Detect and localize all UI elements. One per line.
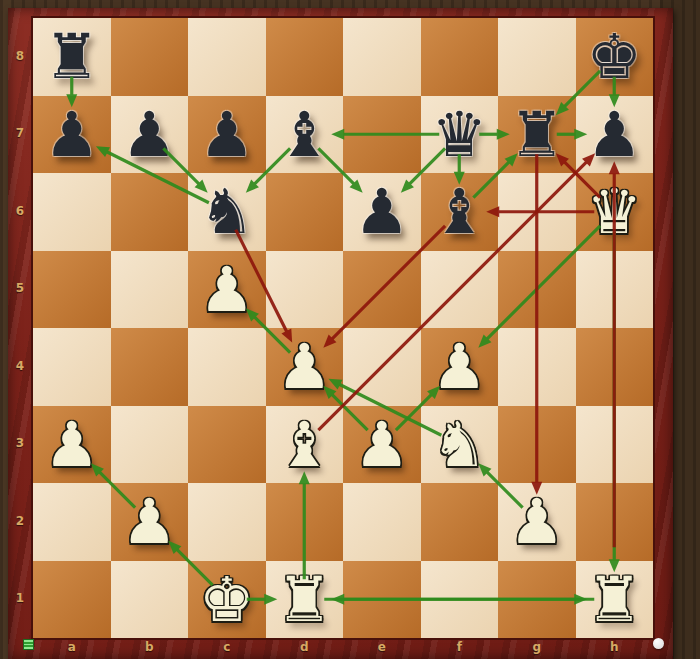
square-d7[interactable]: ♝ (266, 96, 344, 174)
board-menu-badge[interactable] (23, 639, 34, 650)
piece-black-pawn[interactable]: ♟ (343, 173, 421, 251)
piece-black-pawn[interactable]: ♟ (33, 96, 111, 174)
square-a5[interactable] (33, 251, 111, 329)
square-h4[interactable] (576, 328, 654, 406)
rank-label-2: 2 (10, 514, 30, 528)
square-f7[interactable]: ♛ (421, 96, 499, 174)
square-b7[interactable]: ♟ (111, 96, 189, 174)
piece-black-bishop[interactable]: ♝ (266, 96, 344, 174)
piece-white-pawn[interactable]: ♟ (188, 251, 266, 329)
square-h1[interactable]: ♜ (576, 561, 654, 639)
analysis-board-stage: ♜♚♟♟♟♝♛♜♟♞♟♝♛♟♟♟♟♝♟♞♟♟♚♜♜ 87654321abcdef… (0, 0, 700, 659)
square-f2[interactable] (421, 483, 499, 561)
square-e7[interactable] (343, 96, 421, 174)
square-a1[interactable] (33, 561, 111, 639)
square-h7[interactable]: ♟ (576, 96, 654, 174)
square-b3[interactable] (111, 406, 189, 484)
square-g3[interactable] (498, 406, 576, 484)
square-e2[interactable] (343, 483, 421, 561)
square-f5[interactable] (421, 251, 499, 329)
rank-label-1: 1 (10, 591, 30, 605)
piece-white-king[interactable]: ♚ (188, 561, 266, 639)
square-a2[interactable] (33, 483, 111, 561)
square-g8[interactable] (498, 18, 576, 96)
square-e4[interactable] (343, 328, 421, 406)
piece-black-pawn[interactable]: ♟ (188, 96, 266, 174)
file-label-g: g (527, 640, 547, 654)
square-g5[interactable] (498, 251, 576, 329)
file-label-b: b (139, 640, 159, 654)
rank-label-3: 3 (10, 436, 30, 450)
piece-black-rook[interactable]: ♜ (33, 18, 111, 96)
square-d4[interactable]: ♟ (266, 328, 344, 406)
square-c6[interactable]: ♞ (188, 173, 266, 251)
square-c8[interactable] (188, 18, 266, 96)
file-label-h: h (604, 640, 624, 654)
chess-board[interactable]: ♜♚♟♟♟♝♛♜♟♞♟♝♛♟♟♟♟♝♟♞♟♟♚♜♜ (33, 18, 653, 638)
square-e5[interactable] (343, 251, 421, 329)
piece-black-pawn[interactable]: ♟ (576, 96, 654, 174)
square-e1[interactable] (343, 561, 421, 639)
piece-white-pawn[interactable]: ♟ (266, 328, 344, 406)
square-a4[interactable] (33, 328, 111, 406)
square-b6[interactable] (111, 173, 189, 251)
file-label-f: f (449, 640, 469, 654)
piece-white-queen[interactable]: ♛ (576, 173, 654, 251)
square-d1[interactable]: ♜ (266, 561, 344, 639)
file-label-e: e (372, 640, 392, 654)
square-d5[interactable] (266, 251, 344, 329)
piece-white-pawn[interactable]: ♟ (33, 406, 111, 484)
square-c5[interactable]: ♟ (188, 251, 266, 329)
square-d8[interactable] (266, 18, 344, 96)
square-e6[interactable]: ♟ (343, 173, 421, 251)
square-h3[interactable] (576, 406, 654, 484)
square-f4[interactable]: ♟ (421, 328, 499, 406)
piece-white-rook[interactable]: ♜ (576, 561, 654, 639)
square-f8[interactable] (421, 18, 499, 96)
rank-label-7: 7 (10, 126, 30, 140)
square-a7[interactable]: ♟ (33, 96, 111, 174)
rank-label-6: 6 (10, 204, 30, 218)
piece-white-rook[interactable]: ♜ (266, 561, 344, 639)
square-c2[interactable] (188, 483, 266, 561)
square-g1[interactable] (498, 561, 576, 639)
piece-black-king[interactable]: ♚ (576, 18, 654, 96)
square-h8[interactable]: ♚ (576, 18, 654, 96)
square-c3[interactable] (188, 406, 266, 484)
square-g6[interactable] (498, 173, 576, 251)
square-h6[interactable]: ♛ (576, 173, 654, 251)
square-e3[interactable]: ♟ (343, 406, 421, 484)
square-d2[interactable] (266, 483, 344, 561)
piece-black-queen[interactable]: ♛ (421, 96, 499, 174)
square-f3[interactable]: ♞ (421, 406, 499, 484)
square-f6[interactable]: ♝ (421, 173, 499, 251)
square-f1[interactable] (421, 561, 499, 639)
square-g4[interactable] (498, 328, 576, 406)
square-b2[interactable]: ♟ (111, 483, 189, 561)
square-a6[interactable] (33, 173, 111, 251)
square-b4[interactable] (111, 328, 189, 406)
piece-black-pawn[interactable]: ♟ (111, 96, 189, 174)
rank-label-5: 5 (10, 281, 30, 295)
piece-white-pawn[interactable]: ♟ (498, 483, 576, 561)
piece-white-bishop[interactable]: ♝ (266, 406, 344, 484)
piece-black-bishop[interactable]: ♝ (421, 173, 499, 251)
file-label-a: a (62, 640, 82, 654)
square-d3[interactable]: ♝ (266, 406, 344, 484)
file-label-d: d (294, 640, 314, 654)
piece-white-pawn[interactable]: ♟ (111, 483, 189, 561)
square-e8[interactable] (343, 18, 421, 96)
piece-white-pawn[interactable]: ♟ (343, 406, 421, 484)
square-b8[interactable] (111, 18, 189, 96)
square-a8[interactable]: ♜ (33, 18, 111, 96)
square-g7[interactable]: ♜ (498, 96, 576, 174)
rank-label-4: 4 (10, 359, 30, 373)
square-d6[interactable] (266, 173, 344, 251)
square-h5[interactable] (576, 251, 654, 329)
square-g2[interactable]: ♟ (498, 483, 576, 561)
white-to-move-indicator (653, 638, 664, 649)
square-b5[interactable] (111, 251, 189, 329)
square-a3[interactable]: ♟ (33, 406, 111, 484)
square-c1[interactable]: ♚ (188, 561, 266, 639)
piece-white-knight[interactable]: ♞ (421, 406, 499, 484)
square-c7[interactable]: ♟ (188, 96, 266, 174)
piece-black-knight[interactable]: ♞ (188, 173, 266, 251)
piece-black-rook[interactable]: ♜ (498, 96, 576, 174)
piece-white-pawn[interactable]: ♟ (421, 328, 499, 406)
square-c4[interactable] (188, 328, 266, 406)
square-b1[interactable] (111, 561, 189, 639)
rank-label-8: 8 (10, 49, 30, 63)
square-h2[interactable] (576, 483, 654, 561)
file-label-c: c (217, 640, 237, 654)
